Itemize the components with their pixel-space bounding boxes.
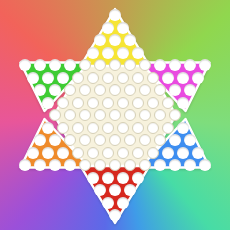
hole[interactable]: [117, 197, 129, 209]
app-background: [0, 0, 230, 230]
hole[interactable]: [72, 147, 84, 159]
hole[interactable]: [79, 109, 91, 121]
hole[interactable]: [34, 159, 46, 171]
hole[interactable]: [132, 72, 144, 84]
hole[interactable]: [72, 72, 84, 84]
hole[interactable]: [64, 59, 76, 71]
hole[interactable]: [139, 159, 151, 171]
hole[interactable]: [139, 134, 151, 146]
hole[interactable]: [109, 109, 121, 121]
hole[interactable]: [102, 122, 114, 134]
hole[interactable]: [124, 34, 136, 46]
hole[interactable]: [79, 134, 91, 146]
hole[interactable]: [102, 147, 114, 159]
hole[interactable]: [162, 147, 174, 159]
hole[interactable]: [184, 59, 196, 71]
hole[interactable]: [49, 109, 61, 121]
hole[interactable]: [117, 22, 129, 34]
hole[interactable]: [184, 84, 196, 96]
hole[interactable]: [132, 47, 144, 59]
hole[interactable]: [139, 109, 151, 121]
chinese-checkers-board: [0, 0, 230, 230]
hole[interactable]: [42, 97, 54, 109]
hole[interactable]: [34, 59, 46, 71]
hole[interactable]: [132, 122, 144, 134]
hole[interactable]: [109, 159, 121, 171]
hole[interactable]: [94, 109, 106, 121]
hole[interactable]: [169, 59, 181, 71]
hole[interactable]: [109, 9, 121, 21]
hole[interactable]: [109, 84, 121, 96]
hole[interactable]: [117, 97, 129, 109]
hole[interactable]: [94, 159, 106, 171]
hole[interactable]: [49, 59, 61, 71]
hole[interactable]: [57, 72, 69, 84]
hole[interactable]: [64, 134, 76, 146]
hole[interactable]: [94, 134, 106, 146]
hole[interactable]: [199, 159, 211, 171]
hole[interactable]: [117, 147, 129, 159]
hole[interactable]: [154, 109, 166, 121]
hole[interactable]: [79, 84, 91, 96]
hole[interactable]: [64, 109, 76, 121]
hole[interactable]: [169, 84, 181, 96]
hole[interactable]: [154, 84, 166, 96]
hole[interactable]: [94, 59, 106, 71]
hole[interactable]: [169, 134, 181, 146]
hole[interactable]: [27, 147, 39, 159]
hole[interactable]: [117, 72, 129, 84]
hole[interactable]: [109, 184, 121, 196]
hole[interactable]: [109, 209, 121, 221]
hole[interactable]: [184, 134, 196, 146]
hole[interactable]: [109, 34, 121, 46]
hole[interactable]: [102, 22, 114, 34]
hole[interactable]: [117, 122, 129, 134]
hole[interactable]: [57, 147, 69, 159]
hole[interactable]: [87, 72, 99, 84]
hole[interactable]: [87, 122, 99, 134]
hole[interactable]: [177, 72, 189, 84]
hole[interactable]: [27, 72, 39, 84]
hole[interactable]: [87, 172, 99, 184]
hole[interactable]: [94, 34, 106, 46]
hole[interactable]: [64, 159, 76, 171]
hole[interactable]: [132, 97, 144, 109]
hole[interactable]: [34, 84, 46, 96]
hole[interactable]: [94, 184, 106, 196]
hole[interactable]: [79, 59, 91, 71]
hole[interactable]: [42, 147, 54, 159]
hole[interactable]: [117, 47, 129, 59]
hole[interactable]: [34, 134, 46, 146]
hole[interactable]: [64, 84, 76, 96]
hole[interactable]: [72, 122, 84, 134]
hole[interactable]: [102, 172, 114, 184]
hole[interactable]: [132, 147, 144, 159]
hole[interactable]: [102, 197, 114, 209]
hole[interactable]: [19, 159, 31, 171]
hole[interactable]: [109, 59, 121, 71]
hole[interactable]: [132, 172, 144, 184]
hole[interactable]: [72, 97, 84, 109]
hole[interactable]: [109, 134, 121, 146]
hole[interactable]: [102, 97, 114, 109]
hole[interactable]: [154, 159, 166, 171]
hole[interactable]: [124, 109, 136, 121]
hole[interactable]: [57, 122, 69, 134]
hole[interactable]: [87, 97, 99, 109]
hole[interactable]: [162, 72, 174, 84]
hole[interactable]: [177, 97, 189, 109]
hole[interactable]: [177, 122, 189, 134]
hole[interactable]: [124, 134, 136, 146]
hole[interactable]: [79, 159, 91, 171]
hole[interactable]: [162, 122, 174, 134]
hole[interactable]: [102, 47, 114, 59]
hole[interactable]: [147, 97, 159, 109]
hole[interactable]: [87, 47, 99, 59]
hole[interactable]: [49, 159, 61, 171]
hole[interactable]: [154, 134, 166, 146]
hole[interactable]: [124, 59, 136, 71]
hole[interactable]: [147, 122, 159, 134]
hole[interactable]: [124, 159, 136, 171]
hole[interactable]: [184, 159, 196, 171]
hole[interactable]: [42, 72, 54, 84]
hole[interactable]: [19, 59, 31, 71]
hole[interactable]: [94, 84, 106, 96]
hole[interactable]: [57, 97, 69, 109]
hole[interactable]: [154, 59, 166, 71]
hole[interactable]: [49, 84, 61, 96]
hole[interactable]: [87, 147, 99, 159]
hole[interactable]: [139, 59, 151, 71]
hole[interactable]: [139, 84, 151, 96]
hole[interactable]: [192, 147, 204, 159]
hole[interactable]: [147, 72, 159, 84]
hole[interactable]: [169, 159, 181, 171]
hole[interactable]: [177, 147, 189, 159]
hole[interactable]: [199, 59, 211, 71]
hole[interactable]: [124, 184, 136, 196]
hole[interactable]: [169, 109, 181, 121]
hole[interactable]: [162, 97, 174, 109]
hole[interactable]: [192, 72, 204, 84]
hole[interactable]: [102, 72, 114, 84]
hole[interactable]: [124, 84, 136, 96]
hole[interactable]: [147, 147, 159, 159]
hole[interactable]: [117, 172, 129, 184]
hole[interactable]: [49, 134, 61, 146]
hole[interactable]: [42, 122, 54, 134]
